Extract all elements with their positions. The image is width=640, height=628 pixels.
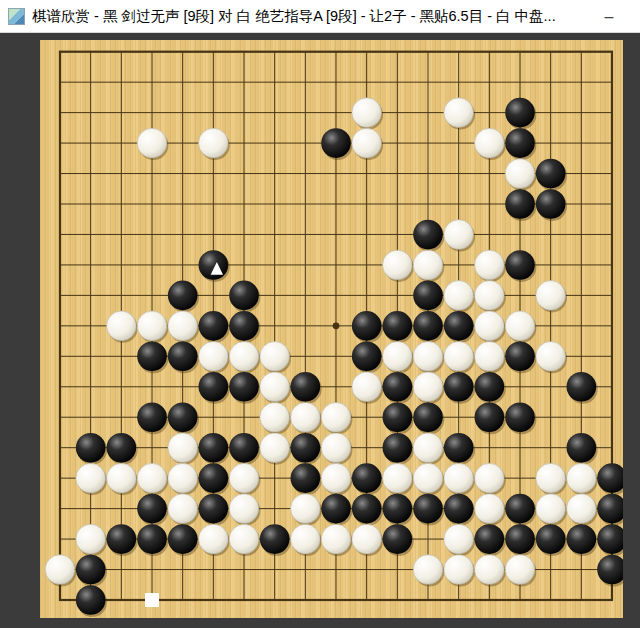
white-stone [413,433,443,463]
white-stone [199,342,229,372]
black-stone [505,524,535,554]
black-stone [352,311,382,341]
black-stone [413,311,443,341]
white-stone [260,342,290,372]
white-stone [444,555,474,585]
black-stone [567,433,597,463]
white-stone [413,250,443,280]
white-stone [383,250,413,280]
black-stone [199,250,229,280]
black-stone [199,372,229,402]
window-title: 棋谱欣赏 - 黑 剑过无声 [9段] 对 白 绝艺指导A [9段] - 让2子 … [32,7,587,26]
black-stone [199,463,229,493]
black-stone [137,402,167,432]
black-stone [321,494,351,524]
black-stone [505,189,535,219]
white-stone [137,128,167,158]
black-stone [597,555,623,585]
black-stone [413,220,443,250]
black-stone [352,494,382,524]
white-stone [505,311,535,341]
white-stone [321,524,351,554]
black-stone [291,433,321,463]
black-stone [383,433,413,463]
black-stone [229,281,259,311]
square-point-marker [145,593,159,607]
black-stone [444,311,474,341]
white-stone [352,372,382,402]
title-bar: 棋谱欣赏 - 黑 剑过无声 [9段] 对 白 绝艺指导A [9段] - 让2子 … [0,0,640,33]
black-stone [76,433,106,463]
white-stone [352,524,382,554]
white-stone [352,98,382,128]
black-stone [199,494,229,524]
black-stone [505,402,535,432]
black-stone [291,372,321,402]
white-stone [260,372,290,402]
white-stone [413,555,443,585]
white-stone [536,463,566,493]
black-stone [76,555,106,585]
white-stone [475,555,505,585]
white-stone [229,342,259,372]
black-stone [505,98,535,128]
black-stone [383,494,413,524]
white-stone [352,128,382,158]
white-stone [260,402,290,432]
white-stone [229,463,259,493]
white-stone [475,128,505,158]
kifu-viewer-window: 棋谱欣赏 - 黑 剑过无声 [9段] 对 白 绝艺指导A [9段] - 让2子 … [0,0,640,628]
white-stone [168,463,198,493]
black-stone [137,342,167,372]
black-stone [505,128,535,158]
black-stone [199,433,229,463]
black-stone [168,342,198,372]
minimize-button[interactable]: – [594,0,624,33]
go-board[interactable] [40,40,623,618]
black-stone [107,524,137,554]
black-stone [505,342,535,372]
white-stone [291,402,321,432]
white-stone [168,433,198,463]
black-stone [107,433,137,463]
white-stone [137,463,167,493]
black-stone [536,159,566,189]
white-stone [536,281,566,311]
white-stone [291,524,321,554]
white-stone [475,342,505,372]
white-stone [168,494,198,524]
black-stone [567,524,597,554]
white-stone [413,463,443,493]
black-stone [260,524,290,554]
white-stone [107,311,137,341]
white-stone [444,524,474,554]
black-stone [229,372,259,402]
black-stone [291,463,321,493]
black-stone [597,524,623,554]
white-stone [475,494,505,524]
white-stone [229,524,259,554]
white-stone [383,463,413,493]
white-stone [475,311,505,341]
star-point [333,322,340,329]
white-stone [168,311,198,341]
black-stone [137,494,167,524]
black-stone [413,402,443,432]
white-stone [567,463,597,493]
white-stone [567,494,597,524]
black-stone [352,342,382,372]
black-stone [567,372,597,402]
white-stone [137,311,167,341]
black-stone [444,433,474,463]
black-stone [536,524,566,554]
black-stone [444,372,474,402]
white-stone [475,250,505,280]
white-stone [536,342,566,372]
black-stone [444,494,474,524]
white-stone [444,463,474,493]
black-stone [229,433,259,463]
white-stone [444,98,474,128]
white-stone [76,463,106,493]
white-stone [505,555,535,585]
black-stone [505,250,535,280]
black-stone [475,524,505,554]
black-stone [383,524,413,554]
white-stone [229,494,259,524]
black-stone [536,189,566,219]
white-stone [475,463,505,493]
white-stone [413,372,443,402]
black-stone [229,311,259,341]
black-stone [597,463,623,493]
black-stone [168,524,198,554]
white-stone [76,524,106,554]
white-stone [475,281,505,311]
black-stone [413,494,443,524]
white-stone [505,159,535,189]
white-stone [260,433,290,463]
white-stone [199,128,229,158]
black-stone [137,524,167,554]
white-stone [444,220,474,250]
white-stone [321,433,351,463]
white-stone [383,342,413,372]
black-stone [321,128,351,158]
white-stone [444,281,474,311]
white-stone [413,342,443,372]
black-stone [505,494,535,524]
black-stone [168,402,198,432]
white-stone [291,494,321,524]
black-stone [168,281,198,311]
white-stone [45,555,75,585]
black-stone [413,281,443,311]
white-stone [444,342,474,372]
black-stone [199,311,229,341]
white-stone [536,494,566,524]
app-icon [8,8,25,25]
black-stone [475,402,505,432]
black-stone [597,494,623,524]
black-stone [383,402,413,432]
white-stone [199,524,229,554]
white-stone [321,463,351,493]
black-stone [352,463,382,493]
white-stone [107,463,137,493]
white-stone [321,402,351,432]
black-stone [383,372,413,402]
black-stone [383,311,413,341]
black-stone [475,372,505,402]
black-stone [76,585,106,615]
